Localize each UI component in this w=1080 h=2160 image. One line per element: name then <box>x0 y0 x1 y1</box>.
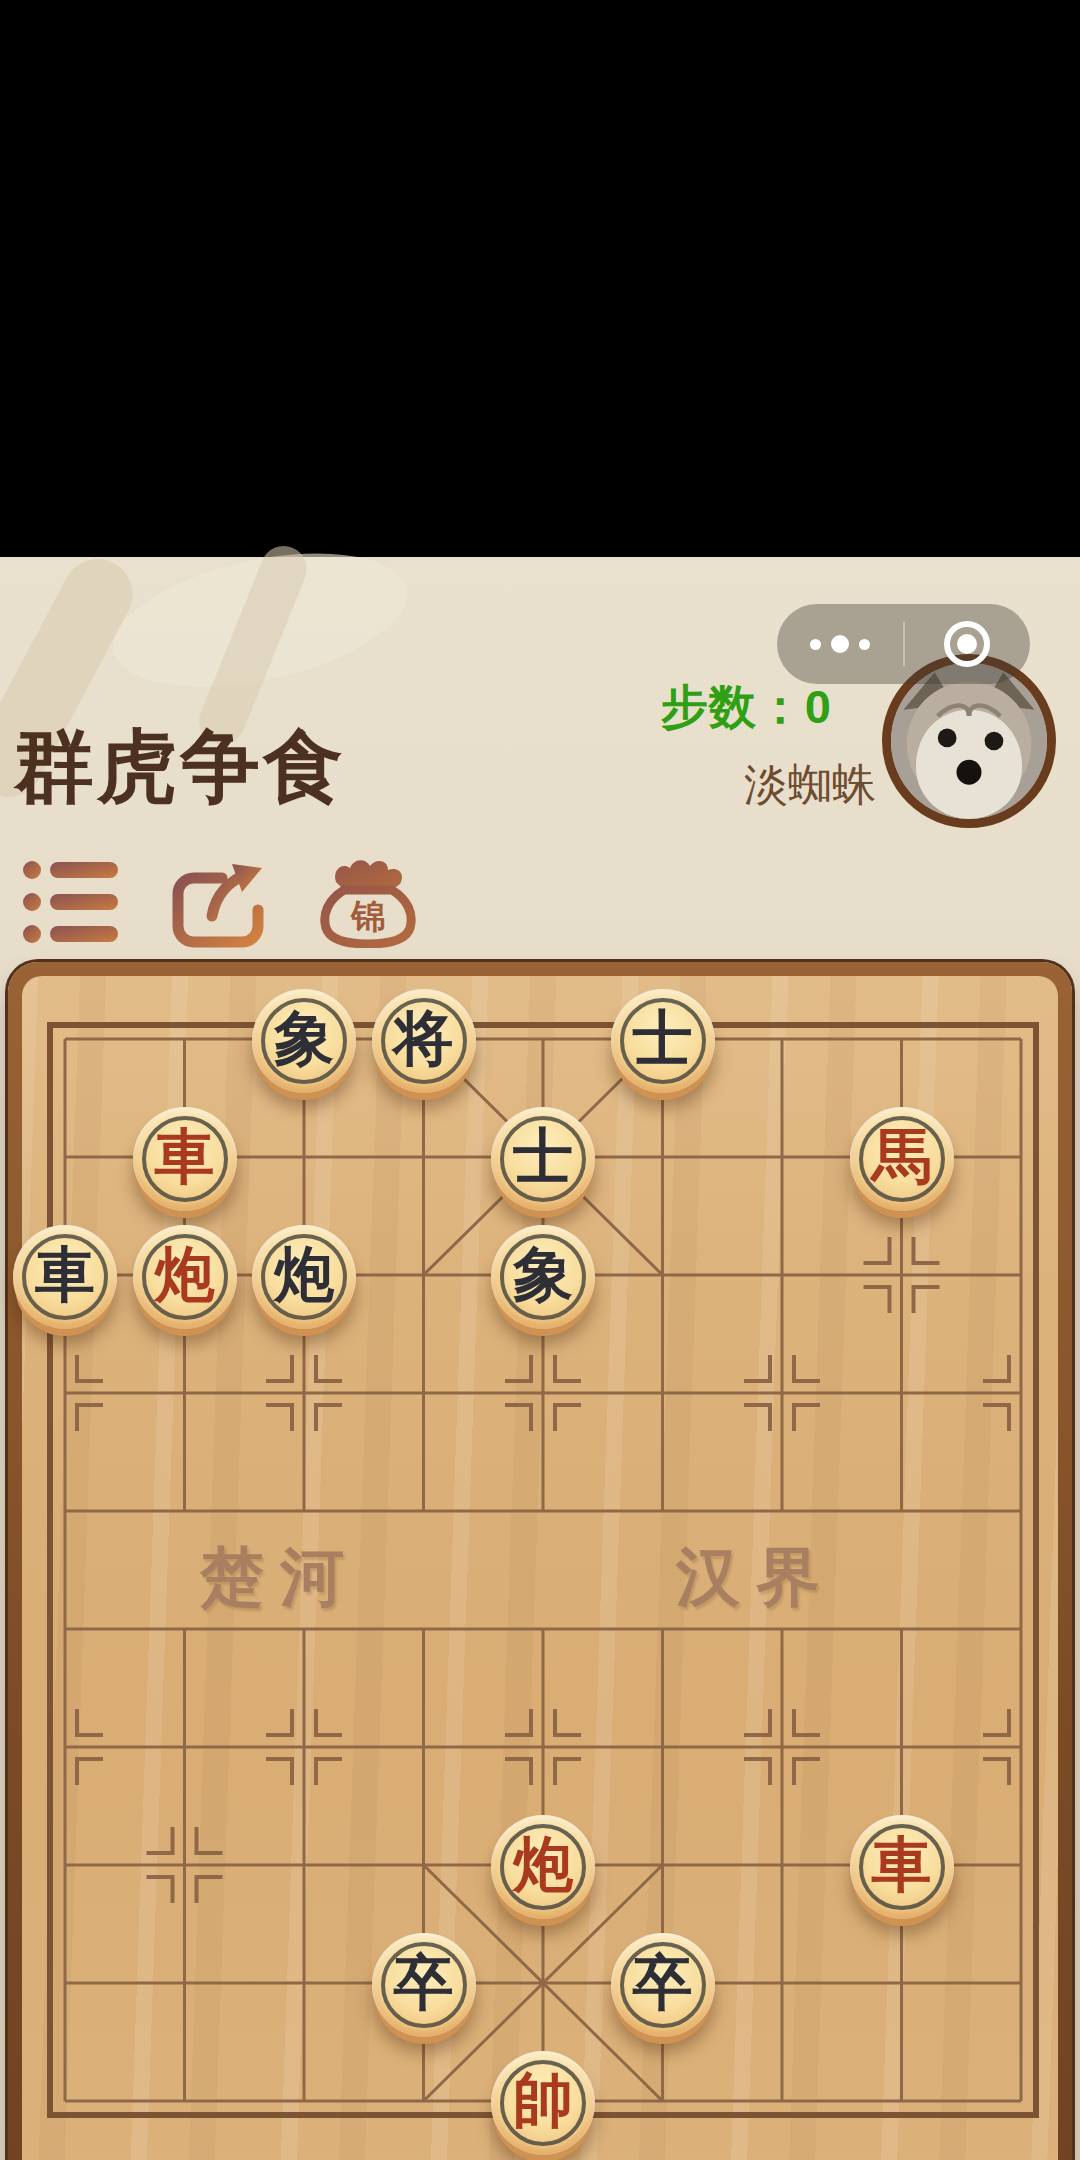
tips-bag-label: 锦 <box>350 898 385 935</box>
piece-車-black[interactable]: 車 <box>13 1225 117 1329</box>
piece-士-black[interactable]: 士 <box>611 989 715 1093</box>
river-label-right: 汉界 <box>676 1534 836 1621</box>
piece-将-black[interactable]: 将 <box>372 989 476 1093</box>
menu-list-icon[interactable] <box>22 856 122 948</box>
tips-bag-icon[interactable]: 锦 <box>318 856 418 948</box>
share-icon[interactable] <box>170 856 270 948</box>
piece-炮-red[interactable]: 炮 <box>491 1815 595 1919</box>
minimize-button[interactable] <box>905 604 1031 684</box>
piece-帥-red[interactable]: 帥 <box>491 2051 595 2155</box>
piece-象-black[interactable]: 象 <box>252 989 356 1093</box>
river-label-left: 楚河 <box>200 1534 360 1621</box>
piece-卒-black[interactable]: 卒 <box>372 1933 476 2037</box>
piece-卒-black[interactable]: 卒 <box>611 1933 715 2037</box>
capsule-target-icon <box>944 621 990 667</box>
piece-炮-red[interactable]: 炮 <box>133 1225 237 1329</box>
wechat-capsule <box>777 604 1030 684</box>
piece-車-red[interactable]: 車 <box>850 1815 954 1919</box>
piece-馬-red[interactable]: 馬 <box>850 1107 954 1211</box>
player-name: 淡蜘蛛 <box>744 756 876 815</box>
app-screen: 群虎争食 步数：0 淡蜘蛛 <box>0 0 1080 2160</box>
toolbar: 锦 <box>22 856 418 948</box>
step-counter-value: 0 <box>805 680 832 733</box>
step-counter-label: 步数： <box>661 680 805 733</box>
piece-士-black[interactable]: 士 <box>491 1107 595 1211</box>
status-bar-black <box>0 0 1080 557</box>
more-button[interactable] <box>777 604 903 684</box>
more-dots-icon <box>810 635 870 653</box>
step-counter: 步数：0 <box>661 676 832 739</box>
dog-avatar-image <box>891 663 1047 819</box>
page-title: 群虎争食 <box>14 714 346 822</box>
piece-炮-black[interactable]: 炮 <box>252 1225 356 1329</box>
piece-象-black[interactable]: 象 <box>491 1225 595 1329</box>
piece-車-red[interactable]: 車 <box>133 1107 237 1211</box>
